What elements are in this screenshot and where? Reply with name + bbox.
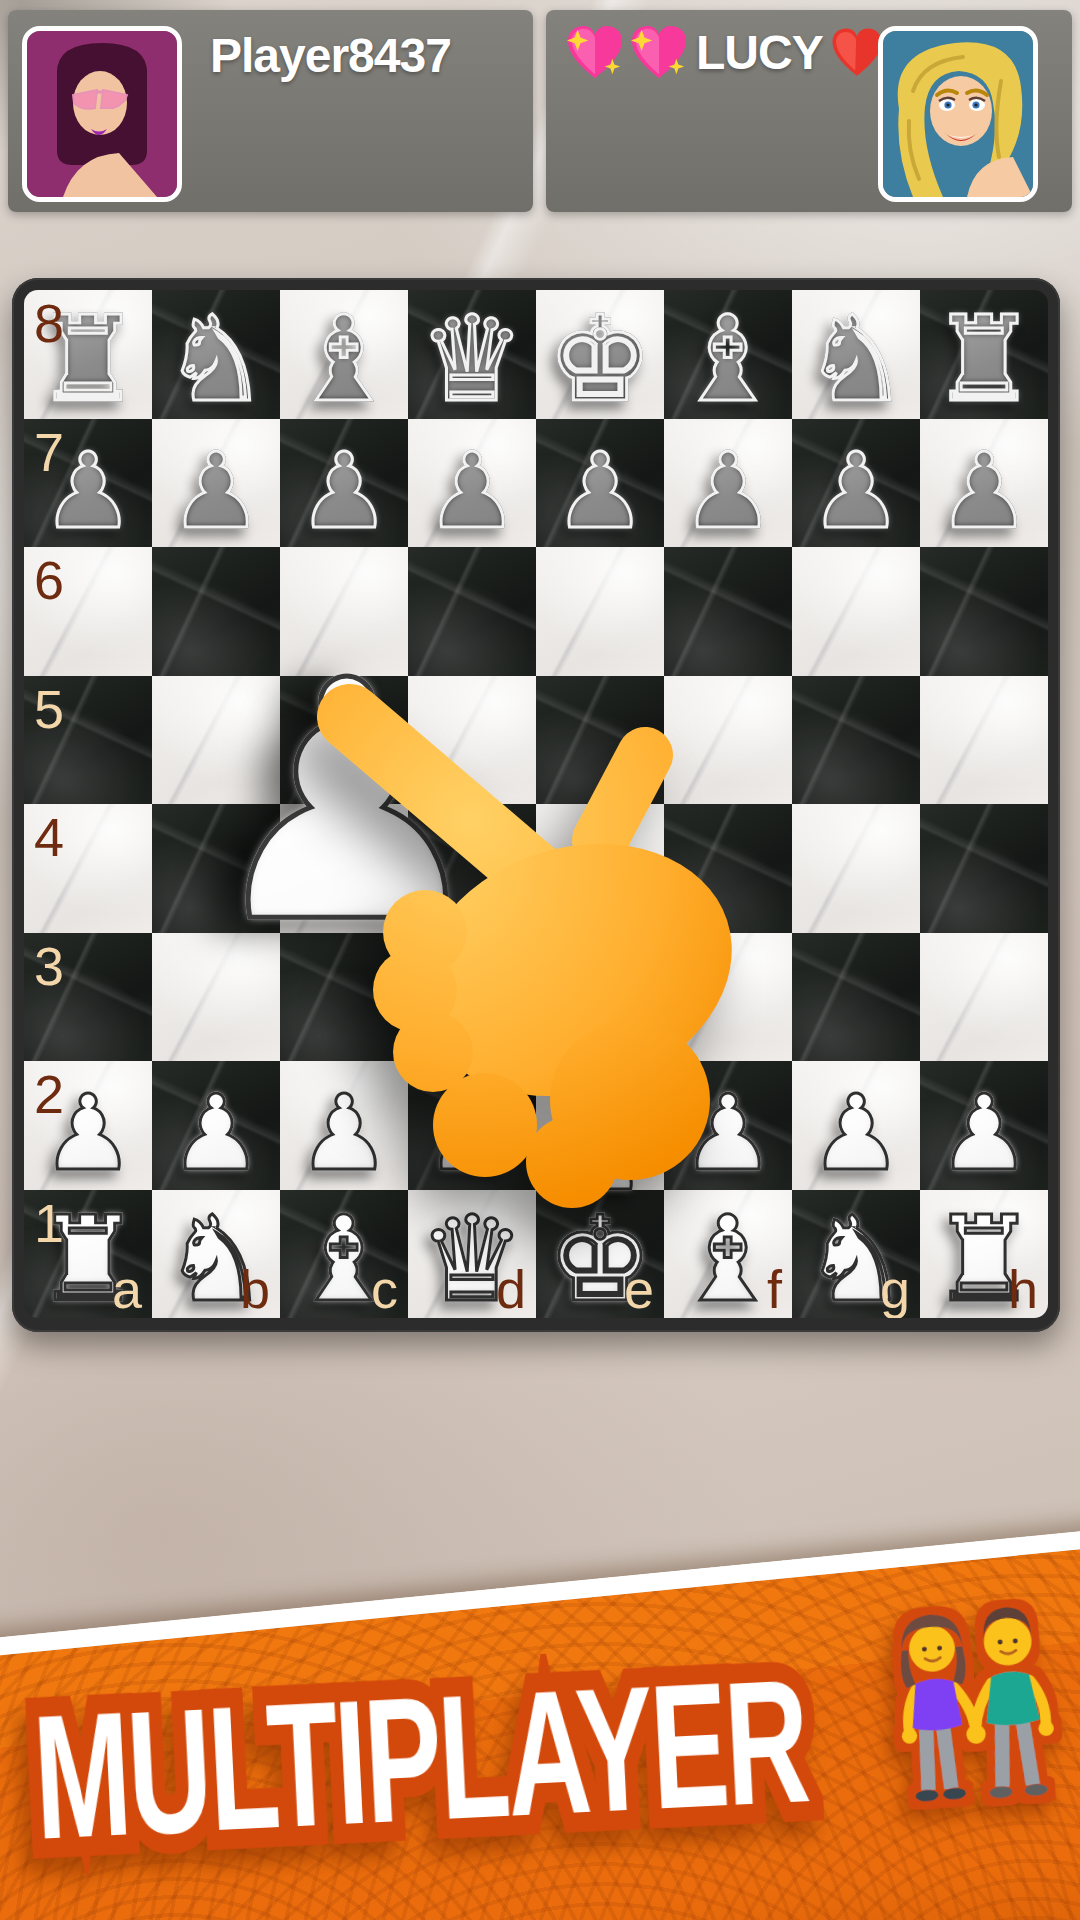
square-h8[interactable]: ♜ (920, 290, 1048, 419)
file-label-h: h (1008, 1262, 1038, 1316)
square-a6[interactable]: 6 (24, 547, 152, 676)
square-h4[interactable] (920, 804, 1048, 933)
black-queen-d8[interactable]: ♛ (419, 300, 525, 418)
square-e8[interactable]: ♚ (536, 290, 664, 419)
file-label-d: d (496, 1262, 526, 1316)
square-g2[interactable]: ♟ (792, 1061, 920, 1190)
black-pawn-b7[interactable]: ♟ (169, 439, 262, 543)
black-pawn-g7[interactable]: ♟ (809, 439, 902, 543)
file-label-e: e (624, 1262, 654, 1316)
square-a1[interactable]: 1a♜ (24, 1190, 152, 1319)
pointing-hand-cursor-icon (300, 670, 770, 1230)
square-g1[interactable]: g♞ (792, 1190, 920, 1319)
sparkling-heart-icon (628, 24, 690, 82)
square-b2[interactable]: ♟ (152, 1061, 280, 1190)
square-a7[interactable]: 7♟ (24, 419, 152, 548)
purple-haired-woman-avatar (27, 31, 177, 197)
square-g5[interactable] (792, 676, 920, 805)
square-g7[interactable]: ♟ (792, 419, 920, 548)
square-f8[interactable]: ♝ (664, 290, 792, 419)
square-g4[interactable] (792, 804, 920, 933)
black-knight-g8[interactable]: ♞ (803, 300, 909, 418)
white-pawn-h2[interactable]: ♟ (937, 1081, 1030, 1185)
red-heart-icon (829, 26, 885, 80)
square-a2[interactable]: 2♟ (24, 1061, 152, 1190)
rank-label-4: 4 (34, 810, 64, 864)
black-pawn-f7[interactable]: ♟ (681, 439, 774, 543)
square-a4[interactable]: 4 (24, 804, 152, 933)
player-panel-black: LUCY (546, 10, 1072, 212)
black-pawn-e7[interactable]: ♟ (553, 439, 646, 543)
square-h5[interactable] (920, 676, 1048, 805)
square-c7[interactable]: ♟ (280, 419, 408, 548)
black-rook-h8[interactable]: ♜ (931, 300, 1037, 418)
rank-label-2: 2 (34, 1067, 64, 1121)
rank-label-3: 3 (34, 939, 64, 993)
square-e6[interactable] (536, 547, 664, 676)
white-pawn-b2[interactable]: ♟ (169, 1081, 262, 1185)
square-h2[interactable]: ♟ (920, 1061, 1048, 1190)
woman-and-man-holding-hands-icon (872, 1594, 1078, 1845)
square-c8[interactable]: ♝ (280, 290, 408, 419)
player-name-white: Player8437 (210, 28, 451, 84)
square-h3[interactable] (920, 933, 1048, 1062)
sparkling-heart-icon (564, 24, 626, 82)
rank-label-6: 6 (34, 553, 64, 607)
avatar-lucy[interactable] (878, 26, 1038, 202)
file-label-a: a (112, 1262, 142, 1316)
rank-label-5: 5 (34, 682, 64, 736)
square-h1[interactable]: h♜ (920, 1190, 1048, 1319)
square-d7[interactable]: ♟ (408, 419, 536, 548)
blonde-woman-avatar (883, 31, 1033, 197)
square-b1[interactable]: b♞ (152, 1190, 280, 1319)
avatar-player8437[interactable] (22, 26, 182, 202)
square-e7[interactable]: ♟ (536, 419, 664, 548)
file-label-b: b (240, 1262, 270, 1316)
rank-label-1: 1 (34, 1196, 64, 1250)
player-panel-white: Player8437 (8, 10, 533, 212)
black-king-e8[interactable]: ♚ (547, 300, 653, 418)
rank-label-8: 8 (34, 296, 64, 350)
square-d8[interactable]: ♛ (408, 290, 536, 419)
black-bishop-f8[interactable]: ♝ (675, 300, 781, 418)
black-pawn-c7[interactable]: ♟ (297, 439, 390, 543)
square-b7[interactable]: ♟ (152, 419, 280, 548)
square-g6[interactable] (792, 547, 920, 676)
square-a3[interactable]: 3 (24, 933, 152, 1062)
square-g8[interactable]: ♞ (792, 290, 920, 419)
file-label-f: f (767, 1262, 782, 1316)
square-f6[interactable] (664, 547, 792, 676)
file-label-c: c (371, 1262, 398, 1316)
black-pawn-h7[interactable]: ♟ (937, 439, 1030, 543)
black-bishop-c8[interactable]: ♝ (291, 300, 397, 418)
square-a5[interactable]: 5 (24, 676, 152, 805)
square-g3[interactable] (792, 933, 920, 1062)
file-label-g: g (880, 1262, 910, 1316)
black-knight-b8[interactable]: ♞ (163, 300, 269, 418)
square-h6[interactable] (920, 547, 1048, 676)
square-f7[interactable]: ♟ (664, 419, 792, 548)
black-pawn-d7[interactable]: ♟ (425, 439, 518, 543)
player-name-black: LUCY (696, 25, 823, 81)
square-b8[interactable]: ♞ (152, 290, 280, 419)
white-pawn-g2[interactable]: ♟ (809, 1081, 902, 1185)
rank-label-7: 7 (34, 425, 64, 479)
multiplayer-title-text: MULTIPLAYER (30, 1652, 810, 1866)
square-a8[interactable]: 8♜ (24, 290, 152, 419)
square-h7[interactable]: ♟ (920, 419, 1048, 548)
